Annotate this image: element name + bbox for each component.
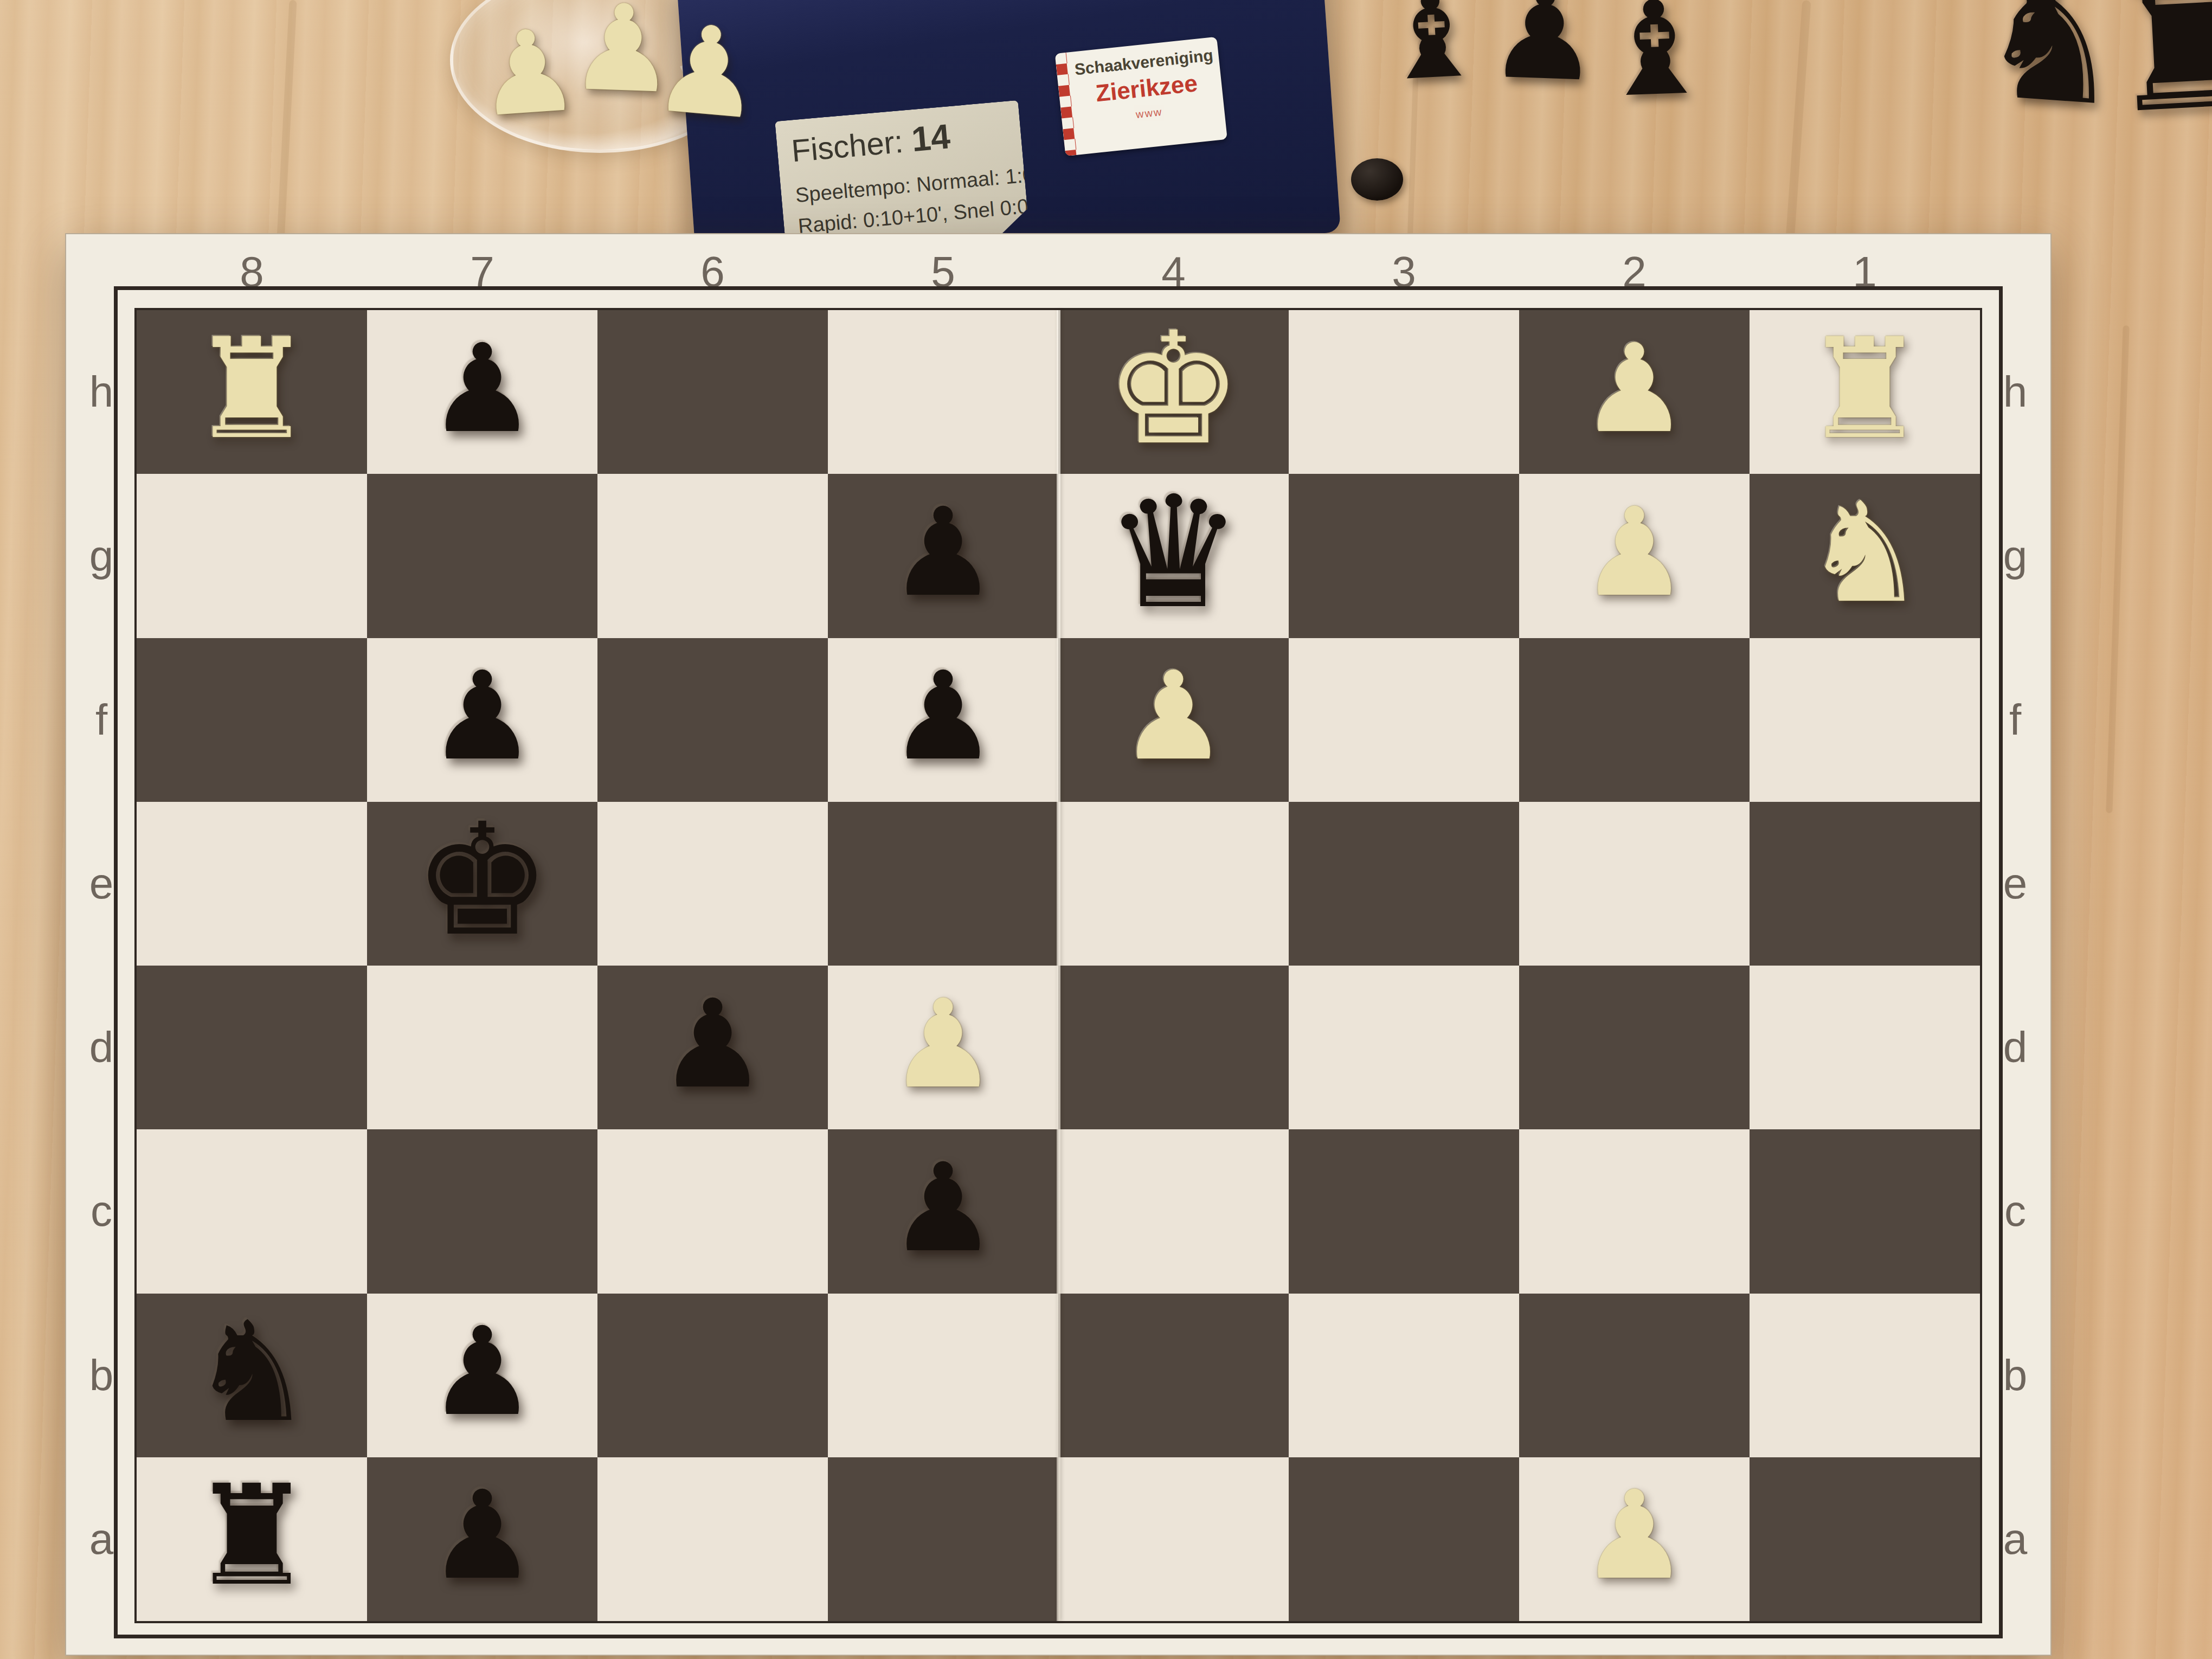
- square-c4: [1058, 1129, 1289, 1293]
- square-e2: [1519, 802, 1750, 966]
- white-pawn-g2: ♟: [1580, 492, 1689, 614]
- board-bottom-border: [137, 1621, 367, 1655]
- white-rook-h1: ♜: [1803, 320, 1927, 458]
- square-c2: [1519, 1129, 1750, 1293]
- rank-label-1: 1: [1750, 234, 1980, 310]
- white-king-h4: ♚: [1104, 312, 1243, 466]
- file-label-right-b: b: [1980, 1294, 2050, 1457]
- square-h5: [828, 310, 1058, 474]
- square-e8: [137, 802, 367, 966]
- square-h2: ♟: [1519, 310, 1750, 474]
- square-d6: ♟: [597, 966, 828, 1129]
- square-d4: [1058, 966, 1289, 1129]
- black-king-e7: ♚: [413, 803, 552, 957]
- black-pawn-c5: ♟: [889, 1147, 998, 1269]
- square-d8: [137, 966, 367, 1129]
- square-f1: [1750, 638, 1980, 802]
- square-h6: [597, 310, 828, 474]
- board-bottom-border: [1750, 1621, 1980, 1655]
- black-pawn-d6: ♟: [658, 983, 768, 1105]
- square-d7: [367, 966, 597, 1129]
- square-b2: [1519, 1294, 1750, 1457]
- rank-label-8: 8: [137, 234, 367, 310]
- board-bottom-border: [1058, 1621, 1289, 1655]
- board-bottom-border: [1519, 1621, 1750, 1655]
- board-grid: 87654321h♜♟♚♟♜hg♟♛♟♞gf♟♟♟fe♚ed♟♟dc♟cb♞♟b…: [66, 234, 2050, 1655]
- rank-label-5: 5: [828, 234, 1058, 310]
- square-b5: [828, 1294, 1058, 1457]
- square-a8: ♜: [137, 1457, 367, 1621]
- square-b6: [597, 1294, 828, 1457]
- square-d2: [1519, 966, 1750, 1129]
- square-g6: [597, 474, 828, 638]
- time-control-title: Fischer: 14: [790, 111, 1008, 170]
- square-b4: [1058, 1294, 1289, 1457]
- square-e6: [597, 802, 828, 966]
- rank-label-4: 4: [1058, 234, 1289, 310]
- photo-of-chess-game: { "game": "chess", "scene_description": …: [0, 0, 2212, 1659]
- file-label-right-e: e: [1980, 802, 2050, 966]
- square-h4: ♚: [1058, 310, 1289, 474]
- board-corner: [1980, 234, 2050, 310]
- square-f7: ♟: [367, 638, 597, 802]
- rank-label-6: 6: [597, 234, 828, 310]
- file-label-right-c: c: [1980, 1129, 2050, 1293]
- square-f6: [597, 638, 828, 802]
- black-pawn-h7: ♟: [428, 328, 537, 450]
- square-c5: ♟: [828, 1129, 1058, 1293]
- white-rook-h8: ♜: [190, 320, 314, 458]
- file-label-g: g: [66, 474, 137, 638]
- square-d1: [1750, 966, 1980, 1129]
- captured-white-piece-1: ♟: [473, 13, 583, 134]
- square-e1: [1750, 802, 1980, 966]
- file-label-c: c: [66, 1129, 137, 1293]
- white-pawn-f4: ♟: [1119, 655, 1229, 777]
- black-knight-b8: ♞: [190, 1303, 314, 1441]
- white-pawn-a2: ♟: [1580, 1475, 1689, 1597]
- square-b1: [1750, 1294, 1980, 1457]
- square-g3: [1289, 474, 1519, 638]
- time-control-sticker: Fischer: 14 Speeltempo: Normaal: 1:00+30…: [775, 100, 1030, 254]
- file-label-right-d: d: [1980, 966, 2050, 1129]
- square-g4: ♛: [1058, 474, 1289, 638]
- file-label-f: f: [66, 638, 137, 802]
- square-g7: [367, 474, 597, 638]
- square-b8: ♞: [137, 1294, 367, 1457]
- square-f2: [1519, 638, 1750, 802]
- square-f3: [1289, 638, 1519, 802]
- black-queen-g4: ♛: [1104, 475, 1243, 630]
- captured-black-piece-3: ♝: [1594, 0, 1715, 116]
- square-c8: [137, 1129, 367, 1293]
- square-h8: ♜: [137, 310, 367, 474]
- rank-label-7: 7: [367, 234, 597, 310]
- captured-white-piece-3: ♟: [648, 7, 768, 138]
- board-bottom-border: [367, 1621, 597, 1655]
- file-label-e: e: [66, 802, 137, 966]
- black-pawn-b7: ♟: [428, 1311, 537, 1433]
- square-g8: [137, 474, 367, 638]
- square-h3: [1289, 310, 1519, 474]
- square-f5: ♟: [828, 638, 1058, 802]
- file-label-right-f: f: [1980, 638, 2050, 802]
- white-pawn-d5: ♟: [889, 983, 998, 1105]
- square-a1: [1750, 1457, 1980, 1621]
- file-label-b: b: [66, 1294, 137, 1457]
- square-f4: ♟: [1058, 638, 1289, 802]
- white-pawn-h2: ♟: [1580, 328, 1689, 450]
- board-bottom-border: [597, 1621, 828, 1655]
- square-d3: [1289, 966, 1519, 1129]
- square-b7: ♟: [367, 1294, 597, 1457]
- black-pawn-a7: ♟: [428, 1475, 537, 1597]
- square-f8: [137, 638, 367, 802]
- black-pawn-g5: ♟: [889, 492, 998, 614]
- square-c7: [367, 1129, 597, 1293]
- black-pawn-f5: ♟: [889, 655, 998, 777]
- square-a2: ♟: [1519, 1457, 1750, 1621]
- club-sticker: Schaakvereniging Zierikzee www: [1055, 37, 1227, 156]
- file-label-h: h: [66, 310, 137, 474]
- square-b3: [1289, 1294, 1519, 1457]
- captured-black-piece-5: ♜: [2099, 0, 2212, 140]
- square-a4: [1058, 1457, 1289, 1621]
- board-bottom-border: [66, 1621, 137, 1655]
- wood-grain-streak: [2106, 325, 2129, 813]
- square-e3: [1289, 802, 1519, 966]
- white-knight-g1: ♞: [1803, 484, 1927, 622]
- file-label-d: d: [66, 966, 137, 1129]
- black-piece-lying-on-side: [1351, 158, 1403, 201]
- square-h7: ♟: [367, 310, 597, 474]
- square-a6: [597, 1457, 828, 1621]
- square-e4: [1058, 802, 1289, 966]
- file-label-right-h: h: [1980, 310, 2050, 474]
- rank-label-2: 2: [1519, 234, 1750, 310]
- square-e5: [828, 802, 1058, 966]
- square-e7: ♚: [367, 802, 597, 966]
- square-g2: ♟: [1519, 474, 1750, 638]
- board-corner: [66, 234, 137, 310]
- square-a5: [828, 1457, 1058, 1621]
- square-c3: [1289, 1129, 1519, 1293]
- square-a3: [1289, 1457, 1519, 1621]
- board-bottom-border: [1980, 1621, 2050, 1655]
- file-label-right-g: g: [1980, 474, 2050, 638]
- square-g1: ♞: [1750, 474, 1980, 638]
- square-c6: [597, 1129, 828, 1293]
- square-c1: [1750, 1129, 1980, 1293]
- board-bottom-border: [828, 1621, 1058, 1655]
- square-d5: ♟: [828, 966, 1058, 1129]
- black-rook-a8: ♜: [190, 1467, 314, 1605]
- black-pawn-f7: ♟: [428, 655, 537, 777]
- square-h1: ♜: [1750, 310, 1980, 474]
- file-label-a: a: [66, 1457, 137, 1621]
- board-bottom-border: [1289, 1621, 1519, 1655]
- file-label-right-a: a: [1980, 1457, 2050, 1621]
- captured-black-piece-2: ♟: [1486, 0, 1602, 100]
- square-a7: ♟: [367, 1457, 597, 1621]
- chessboard: 87654321h♜♟♚♟♜hg♟♛♟♞gf♟♟♟fe♚ed♟♟dc♟cb♞♟b…: [65, 233, 2052, 1656]
- rank-label-3: 3: [1289, 234, 1519, 310]
- square-g5: ♟: [828, 474, 1058, 638]
- captured-black-piece-1: ♝: [1377, 0, 1488, 98]
